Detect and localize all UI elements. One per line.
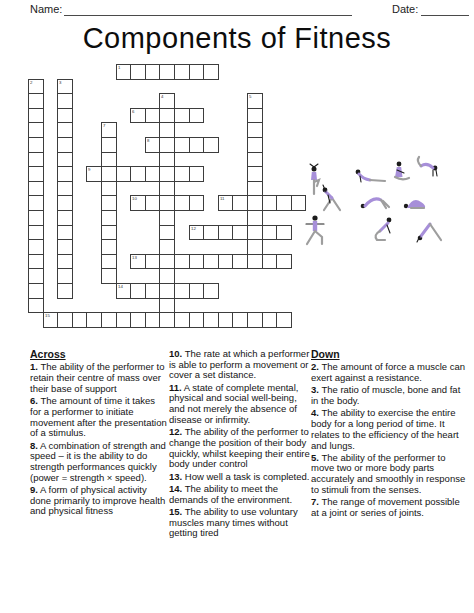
grid-cell[interactable]	[159, 181, 175, 196]
clue-14-across: 14. The ability to meet the demands of t…	[169, 484, 310, 505]
down-heading: Down	[311, 349, 467, 361]
grid-cell[interactable]	[159, 254, 175, 269]
grid-cell[interactable]	[101, 152, 117, 167]
grid-cell[interactable]	[159, 225, 175, 240]
clue-4-down: 4. The ability to exercise the entire bo…	[311, 408, 467, 451]
name-blank-line[interactable]	[64, 2, 352, 16]
grid-cell[interactable]	[159, 64, 175, 80]
pose-crow	[418, 157, 438, 176]
grid-cell[interactable]: 14	[116, 283, 131, 299]
grid-cell[interactable]	[159, 283, 175, 299]
grid-cell[interactable]	[28, 210, 44, 226]
grid-cell[interactable]	[247, 137, 263, 153]
grid-cell[interactable]	[203, 64, 219, 80]
grid-cell[interactable]	[145, 283, 160, 299]
clue-6-across: 6. The amount of time it takes for a per…	[30, 396, 167, 439]
grid-cell[interactable]	[247, 181, 263, 196]
grid-cell[interactable]	[189, 283, 204, 299]
grid-cell[interactable]	[57, 254, 73, 269]
grid-cell[interactable]	[145, 108, 160, 123]
grid-cell[interactable]	[116, 312, 131, 328]
grid-cell[interactable]	[28, 283, 44, 299]
clue-10-across: 10. The rate at which a performer is abl…	[169, 349, 310, 381]
grid-cell[interactable]	[159, 210, 175, 226]
clue-number: 13	[132, 255, 137, 259]
grid-cell[interactable]	[145, 195, 160, 211]
grid-cell[interactable]	[203, 137, 219, 153]
clue-11-across: 11. A state of complete mental, physical…	[169, 383, 310, 426]
grid-cell[interactable]	[116, 166, 131, 182]
grid-cell[interactable]	[101, 268, 117, 284]
grid-cell[interactable]	[57, 93, 73, 109]
clue-1-across: 1. The ability of the performer to retai…	[30, 362, 167, 394]
pose-childs	[404, 200, 425, 208]
grid-cell[interactable]	[159, 152, 175, 167]
grid-cell[interactable]	[218, 225, 233, 240]
grid-cell[interactable]: 6	[130, 108, 146, 123]
grid-cell[interactable]	[101, 254, 117, 269]
pose-low-lunge	[376, 218, 392, 240]
grid-cell[interactable]	[247, 239, 263, 255]
pose-triangle	[323, 185, 340, 210]
grid-cell[interactable]	[130, 64, 146, 80]
grid-cell[interactable]	[28, 254, 44, 269]
grid-cell[interactable]	[57, 210, 73, 226]
pose-downdog	[417, 224, 441, 242]
grid-cell[interactable]	[159, 312, 175, 328]
grid-cell[interactable]: 8	[145, 137, 160, 153]
grid-cell[interactable]	[232, 312, 248, 328]
grid-cell[interactable]	[159, 298, 175, 313]
grid-cell[interactable]	[276, 225, 292, 240]
clue-2-down: 2. The amount of force a muscle can exer…	[311, 362, 467, 383]
clue-number: 5	[249, 94, 251, 98]
grid-cell[interactable]	[57, 181, 73, 196]
grid-cell[interactable]	[189, 312, 204, 328]
grid-cell[interactable]	[189, 64, 204, 80]
grid-cell[interactable]	[57, 137, 73, 153]
grid-cell[interactable]	[189, 108, 204, 123]
grid-cell[interactable]	[174, 283, 190, 299]
grid-cell[interactable]	[28, 239, 44, 255]
grid-cell[interactable]	[57, 108, 73, 123]
grid-cell[interactable]	[101, 210, 117, 226]
pose-seated-twist	[395, 162, 409, 180]
grid-cell[interactable]	[101, 166, 117, 182]
grid-cell[interactable]	[28, 122, 44, 138]
grid-cell[interactable]	[159, 239, 175, 255]
grid-cell[interactable]	[262, 254, 277, 269]
grid-cell[interactable]	[28, 108, 44, 123]
page-title: Components of Fitness	[0, 22, 474, 55]
grid-cell[interactable]: 11	[218, 195, 233, 211]
clue-number: 9	[88, 167, 90, 171]
grid-cell[interactable]	[28, 93, 44, 109]
grid-cell[interactable]	[203, 225, 219, 240]
grid-cell[interactable]	[232, 225, 248, 240]
grid-cell[interactable]	[57, 225, 73, 240]
clue-number: 6	[132, 109, 134, 113]
grid-cell[interactable]	[145, 64, 160, 80]
grid-cell[interactable]: 10	[130, 195, 146, 211]
grid-cell[interactable]	[28, 166, 44, 182]
clue-3-down: 3. The ratio of muscle, bone and fat in …	[311, 385, 467, 406]
grid-cell[interactable]	[262, 225, 277, 240]
grid-cell[interactable]	[174, 64, 190, 80]
grid-cell[interactable]	[57, 239, 73, 255]
name-label: Name:	[30, 3, 62, 15]
grid-cell[interactable]	[189, 166, 204, 182]
grid-cell[interactable]	[28, 137, 44, 153]
grid-cell[interactable]: 7	[101, 122, 117, 138]
grid-cell[interactable]	[159, 137, 175, 153]
grid-cell[interactable]	[57, 268, 73, 284]
grid-cell[interactable]	[57, 312, 73, 328]
grid-cell[interactable]	[28, 225, 44, 240]
grid-cell[interactable]	[189, 195, 204, 211]
grid-cell[interactable]	[247, 225, 263, 240]
clue-15-across: 15. The ability to use voluntary muscles…	[169, 507, 310, 539]
grid-cell[interactable]	[218, 254, 233, 269]
grid-cell[interactable]	[57, 283, 73, 299]
clue-number: 4	[161, 94, 163, 98]
grid-cell[interactable]: 3	[57, 79, 73, 94]
grid-cell[interactable]	[28, 152, 44, 167]
grid-cell[interactable]: 13	[130, 254, 146, 269]
yoga-poses-illustration	[299, 146, 473, 250]
clue-number: 15	[45, 313, 50, 317]
grid-cell[interactable]	[159, 122, 175, 138]
grid-cell[interactable]	[174, 254, 190, 269]
clue-9-across: 9. A form of physical activity done prim…	[30, 485, 167, 517]
clue-number: 2	[30, 80, 32, 84]
grid-cell[interactable]	[174, 137, 190, 153]
grid-cell[interactable]	[159, 268, 175, 284]
grid-cell[interactable]	[130, 312, 146, 328]
grid-cell[interactable]	[130, 166, 146, 182]
grid-cell[interactable]: 2	[28, 79, 44, 94]
grid-cell[interactable]	[203, 283, 219, 299]
grid-cell[interactable]	[218, 312, 233, 328]
grid-cell[interactable]: 4	[159, 93, 175, 109]
grid-cell[interactable]	[101, 239, 117, 255]
grid-cell[interactable]	[159, 166, 175, 182]
pose-cobra	[356, 170, 385, 182]
grid-cell[interactable]	[101, 312, 117, 328]
grid-cell[interactable]: 12	[189, 225, 204, 240]
across-clues-column-2: 10. The rate at which a performer is abl…	[169, 349, 310, 540]
clue-13-across: 13. How well a task is completed.	[169, 472, 310, 483]
grid-cell[interactable]	[174, 108, 190, 123]
grid-cell[interactable]	[28, 298, 44, 313]
clue-7-down: 7. The range of movement possible at a j…	[311, 497, 467, 518]
grid-cell[interactable]	[247, 312, 263, 328]
grid-cell[interactable]	[174, 312, 190, 328]
clue-12-across: 12. The ability of the performer to chan…	[169, 427, 310, 470]
across-clues-column-1: Across 1. The ability of the performer t…	[30, 349, 167, 519]
date-blank-line[interactable]	[421, 2, 469, 16]
grid-cell[interactable]	[57, 195, 73, 211]
grid-cell[interactable]	[247, 210, 263, 226]
grid-cell[interactable]	[101, 181, 117, 196]
grid-cell[interactable]	[145, 254, 160, 269]
grid-cell[interactable]	[145, 312, 160, 328]
grid-cell[interactable]	[203, 312, 219, 328]
grid-cell[interactable]	[247, 166, 263, 182]
clue-number: 11	[220, 196, 224, 200]
grid-cell[interactable]	[101, 195, 117, 211]
grid-cell[interactable]	[232, 254, 248, 269]
grid-cell[interactable]	[101, 137, 117, 153]
grid-cell[interactable]	[57, 166, 73, 182]
grid-cell[interactable]	[57, 152, 73, 167]
grid-cell[interactable]	[262, 312, 277, 328]
grid-cell[interactable]	[101, 225, 117, 240]
grid-cell[interactable]	[189, 137, 204, 153]
date-label: Date:	[392, 3, 418, 15]
grid-cell[interactable]	[28, 195, 44, 211]
grid-cell[interactable]: 1	[116, 64, 131, 80]
grid-cell[interactable]	[262, 195, 277, 211]
grid-cell[interactable]	[247, 122, 263, 138]
grid-cell[interactable]	[276, 312, 292, 328]
clue-number: 12	[191, 226, 196, 230]
clue-number: 1	[118, 65, 120, 69]
across-heading: Across	[30, 349, 167, 361]
grid-cell[interactable]	[247, 254, 263, 269]
grid-cell[interactable]	[28, 268, 44, 284]
grid-cell[interactable]	[203, 254, 219, 269]
clue-number: 10	[132, 196, 137, 200]
grid-cell[interactable]	[72, 312, 87, 328]
grid-cell[interactable]	[247, 152, 263, 167]
pose-warrior	[306, 215, 324, 244]
clue-number: 3	[59, 80, 61, 84]
clue-number: 8	[147, 138, 149, 142]
grid-cell[interactable]	[174, 195, 190, 211]
grid-cell[interactable]	[247, 195, 263, 211]
clue-5-down: 5. The ability of the performer to move …	[311, 453, 467, 496]
grid-cell[interactable]: 5	[247, 93, 263, 109]
grid-cell[interactable]	[57, 122, 73, 138]
grid-cell[interactable]	[145, 166, 160, 182]
grid-cell[interactable]	[86, 312, 102, 328]
grid-cell[interactable]	[159, 108, 175, 123]
grid-cell[interactable]	[130, 283, 146, 299]
grid-cell[interactable]	[276, 254, 292, 269]
clue-8-across: 8. A combination of strength and speed –…	[30, 441, 167, 484]
clue-number: 14	[118, 284, 123, 288]
grid-cell[interactable]: 15	[43, 312, 58, 328]
grid-cell[interactable]	[159, 195, 175, 211]
down-clues-column: Down 2. The amount of force a muscle can…	[311, 349, 467, 520]
grid-cell[interactable]	[276, 195, 292, 211]
grid-cell[interactable]	[28, 181, 44, 196]
pose-tree	[310, 164, 319, 194]
grid-cell[interactable]	[174, 166, 190, 182]
grid-cell[interactable]	[232, 195, 248, 211]
clue-number: 7	[103, 123, 105, 127]
grid-cell[interactable]	[247, 108, 263, 123]
pose-bridge	[361, 199, 389, 208]
grid-cell[interactable]	[189, 254, 204, 269]
grid-cell[interactable]: 9	[86, 166, 102, 182]
